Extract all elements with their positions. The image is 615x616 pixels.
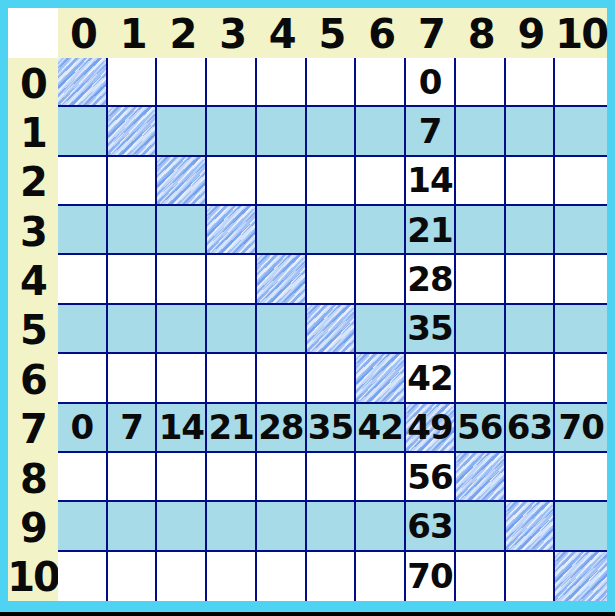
cell-r5-c7: 35 — [406, 305, 456, 354]
cell-r10-c6 — [356, 552, 406, 601]
cell-r2-c4 — [257, 157, 307, 206]
cell-r7-c8: 56 — [456, 404, 506, 453]
cell-r5-c9 — [506, 305, 556, 354]
cell-r5-c3 — [207, 305, 257, 354]
cell-r0-c6 — [356, 58, 406, 107]
cell-r6-c7: 42 — [406, 354, 456, 403]
row-header-6: 6 — [8, 354, 58, 403]
cell-r1-c1 — [108, 107, 158, 156]
cell-r8-c7: 56 — [406, 453, 456, 502]
cell-r1-c2 — [157, 107, 207, 156]
cell-r5-c5 — [307, 305, 357, 354]
row-header-10: 10 — [8, 552, 58, 601]
row-header-7: 7 — [8, 404, 58, 453]
cell-r8-c2 — [157, 453, 207, 502]
cell-r1-c4 — [257, 107, 307, 156]
cell-r9-c0 — [58, 502, 108, 551]
cell-r4-c6 — [356, 255, 406, 304]
cell-r6-c8 — [456, 354, 506, 403]
cell-r6-c3 — [207, 354, 257, 403]
cell-r5-c4 — [257, 305, 307, 354]
cell-r3-c8 — [456, 206, 506, 255]
cell-r3-c2 — [157, 206, 207, 255]
cell-r8-c9 — [506, 453, 556, 502]
cell-r4-c10 — [555, 255, 607, 304]
cell-r10-c7: 70 — [406, 552, 456, 601]
cell-r6-c9 — [506, 354, 556, 403]
cell-r6-c10 — [555, 354, 607, 403]
cell-r5-c0 — [58, 305, 108, 354]
cell-r6-c0 — [58, 354, 108, 403]
worksheet-frame: 0123456789100017214321428535642707142128… — [0, 0, 615, 612]
cell-r6-c6 — [356, 354, 406, 403]
cell-r0-c7: 0 — [406, 58, 456, 107]
cell-r7-c5: 35 — [307, 404, 357, 453]
cell-r8-c5 — [307, 453, 357, 502]
cell-r1-c9 — [506, 107, 556, 156]
cell-r2-c7: 14 — [406, 157, 456, 206]
cell-r0-c4 — [257, 58, 307, 107]
cell-r10-c1 — [108, 552, 158, 601]
cell-r9-c8 — [456, 502, 506, 551]
cell-r8-c1 — [108, 453, 158, 502]
cell-r4-c5 — [307, 255, 357, 304]
row-header-0: 0 — [8, 58, 58, 107]
cell-r3-c3 — [207, 206, 257, 255]
cell-r7-c4: 28 — [257, 404, 307, 453]
cell-r7-c3: 21 — [207, 404, 257, 453]
cell-r8-c3 — [207, 453, 257, 502]
cell-r1-c5 — [307, 107, 357, 156]
cell-r10-c0 — [58, 552, 108, 601]
cell-r4-c8 — [456, 255, 506, 304]
cell-r7-c1: 7 — [108, 404, 158, 453]
row-header-9: 9 — [8, 502, 58, 551]
col-header-8: 8 — [456, 8, 506, 58]
cell-r3-c1 — [108, 206, 158, 255]
cell-r2-c1 — [108, 157, 158, 206]
cell-r7-c9: 63 — [506, 404, 556, 453]
cell-r3-c7: 21 — [406, 206, 456, 255]
cell-r8-c4 — [257, 453, 307, 502]
cell-r6-c5 — [307, 354, 357, 403]
cell-r0-c1 — [108, 58, 158, 107]
cell-r9-c6 — [356, 502, 406, 551]
cell-r2-c5 — [307, 157, 357, 206]
col-header-7: 7 — [406, 8, 456, 58]
cell-r9-c10 — [555, 502, 607, 551]
cell-r1-c7: 7 — [406, 107, 456, 156]
cell-r1-c3 — [207, 107, 257, 156]
cell-r9-c3 — [207, 502, 257, 551]
cell-r5-c10 — [555, 305, 607, 354]
col-header-2: 2 — [157, 8, 207, 58]
cell-r4-c3 — [207, 255, 257, 304]
cell-r6-c4 — [257, 354, 307, 403]
col-header-5: 5 — [307, 8, 357, 58]
cell-r5-c1 — [108, 305, 158, 354]
cell-r8-c8 — [456, 453, 506, 502]
cell-r7-c7: 49 — [406, 404, 456, 453]
cell-r7-c2: 14 — [157, 404, 207, 453]
cell-r4-c2 — [157, 255, 207, 304]
row-header-4: 4 — [8, 255, 58, 304]
cell-r9-c2 — [157, 502, 207, 551]
cell-r5-c8 — [456, 305, 506, 354]
cell-r10-c5 — [307, 552, 357, 601]
cell-r8-c10 — [555, 453, 607, 502]
cell-r0-c5 — [307, 58, 357, 107]
cell-r3-c4 — [257, 206, 307, 255]
cell-r10-c9 — [506, 552, 556, 601]
col-header-4: 4 — [257, 8, 307, 58]
col-header-6: 6 — [356, 8, 406, 58]
cell-r3-c9 — [506, 206, 556, 255]
cell-r2-c2 — [157, 157, 207, 206]
cell-r2-c9 — [506, 157, 556, 206]
col-header-0: 0 — [58, 8, 108, 58]
cell-r4-c7: 28 — [406, 255, 456, 304]
cell-r0-c2 — [157, 58, 207, 107]
cell-r4-c9 — [506, 255, 556, 304]
cell-r7-c6: 42 — [356, 404, 406, 453]
cell-r0-c10 — [555, 58, 607, 107]
cell-r2-c0 — [58, 157, 108, 206]
cell-r10-c2 — [157, 552, 207, 601]
cell-r8-c0 — [58, 453, 108, 502]
multiplication-grid: 0123456789100017214321428535642707142128… — [8, 8, 607, 601]
cell-r3-c10 — [555, 206, 607, 255]
cell-r7-c10: 70 — [555, 404, 607, 453]
cell-r3-c5 — [307, 206, 357, 255]
row-header-1: 1 — [8, 107, 58, 156]
cell-r4-c1 — [108, 255, 158, 304]
col-header-3: 3 — [207, 8, 257, 58]
cell-r0-c0 — [58, 58, 108, 107]
col-header-10: 10 — [555, 8, 607, 58]
corner-cell — [8, 8, 58, 58]
cell-r10-c3 — [207, 552, 257, 601]
cell-r6-c2 — [157, 354, 207, 403]
col-header-1: 1 — [108, 8, 158, 58]
cell-r1-c8 — [456, 107, 506, 156]
row-header-8: 8 — [8, 453, 58, 502]
cell-r3-c6 — [356, 206, 406, 255]
cell-r10-c8 — [456, 552, 506, 601]
cell-r10-c4 — [257, 552, 307, 601]
col-header-9: 9 — [506, 8, 556, 58]
cell-r2-c6 — [356, 157, 406, 206]
cell-r2-c10 — [555, 157, 607, 206]
cell-r0-c8 — [456, 58, 506, 107]
cell-r5-c2 — [157, 305, 207, 354]
cell-r10-c10 — [555, 552, 607, 601]
cell-r1-c10 — [555, 107, 607, 156]
cell-r2-c3 — [207, 157, 257, 206]
cell-r0-c3 — [207, 58, 257, 107]
cell-r1-c6 — [356, 107, 406, 156]
cell-r1-c0 — [58, 107, 108, 156]
cell-r9-c9 — [506, 502, 556, 551]
cell-r7-c0: 0 — [58, 404, 108, 453]
cell-r6-c1 — [108, 354, 158, 403]
cell-r8-c6 — [356, 453, 406, 502]
cell-r5-c6 — [356, 305, 406, 354]
cell-r0-c9 — [506, 58, 556, 107]
row-header-3: 3 — [8, 206, 58, 255]
cell-r3-c0 — [58, 206, 108, 255]
cell-r4-c0 — [58, 255, 108, 304]
bottom-black-strip — [0, 612, 615, 616]
cell-r2-c8 — [456, 157, 506, 206]
cell-r9-c4 — [257, 502, 307, 551]
cell-r9-c1 — [108, 502, 158, 551]
row-header-5: 5 — [8, 305, 58, 354]
row-header-2: 2 — [8, 157, 58, 206]
cell-r4-c4 — [257, 255, 307, 304]
cell-r9-c5 — [307, 502, 357, 551]
cell-r9-c7: 63 — [406, 502, 456, 551]
